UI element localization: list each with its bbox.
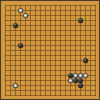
white-stone [83,73,88,78]
grid-line-vertical [85,5,86,96]
grid-line-horizontal [5,70,96,71]
grid-line-vertical [95,5,96,96]
go-app-window [0,0,100,100]
grid-line-horizontal [5,90,96,91]
grid-line-horizontal [5,55,96,56]
grid-line-horizontal [5,65,96,66]
white-stone [18,8,23,13]
black-stone [13,23,18,28]
grid-line-vertical [55,5,56,96]
black-stone [83,58,88,63]
white-stone [23,13,28,18]
black-stone [78,18,83,23]
grid-line-horizontal [5,95,96,96]
black-stone [78,83,83,88]
grid-line-vertical [60,5,61,96]
grid-line-vertical [90,5,91,96]
go-board[interactable] [0,0,100,100]
black-stone [18,43,23,48]
grid-line-vertical [65,5,66,96]
white-stone [13,83,18,88]
